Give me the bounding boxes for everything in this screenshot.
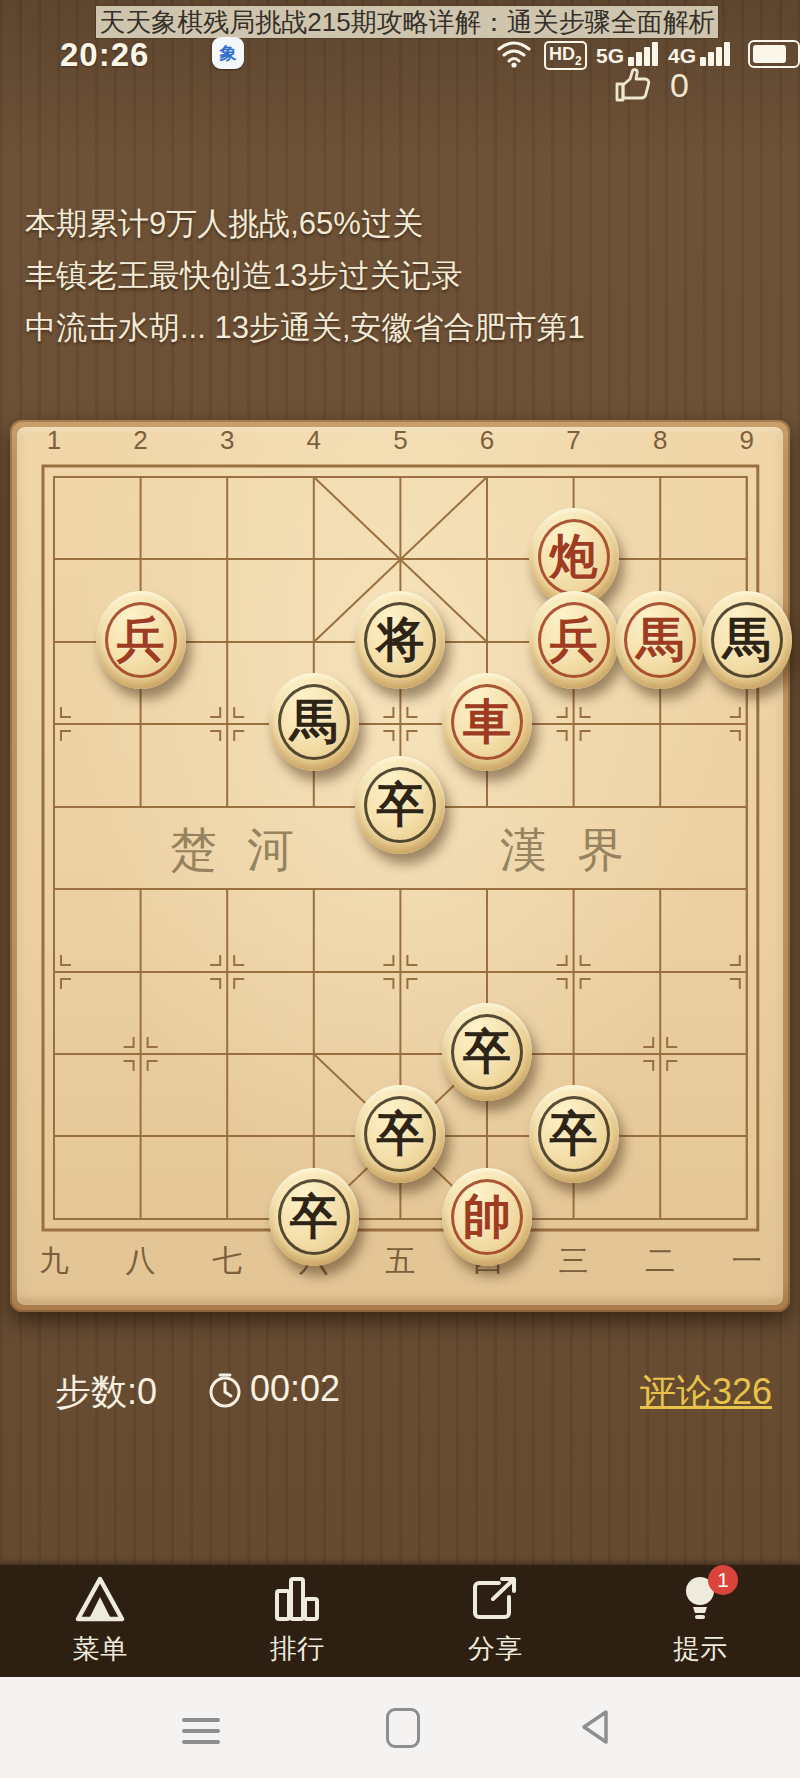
hd-icon: HD2: [544, 41, 599, 70]
toolbar-label: 菜单: [73, 1631, 127, 1667]
menu-icon: [74, 1573, 126, 1625]
timer-icon: [206, 1371, 244, 1409]
system-navbar: [0, 1677, 800, 1778]
signal-4g-icon: 4G: [668, 42, 732, 66]
river-text-left: 楚河: [140, 819, 324, 882]
toolbar-ranking-button[interactable]: 排行: [237, 1573, 357, 1673]
thumbs-up-icon: [612, 64, 654, 106]
hint-badge: 1: [708, 1565, 738, 1595]
file-label-top: 3: [220, 425, 234, 456]
toolbar-label: 分享: [468, 1631, 522, 1667]
piece-black-soldier-a[interactable]: 卒: [355, 756, 445, 854]
piece-black-horse-a[interactable]: 馬: [702, 591, 792, 689]
ranking-icon: [271, 1573, 323, 1625]
file-label-bottom: 一: [732, 1241, 762, 1282]
game-hud: 步数:0 00:02 评论326: [0, 1368, 800, 1420]
move-counter: 步数:0: [55, 1368, 157, 1417]
hint-icon: 1: [678, 1573, 722, 1625]
android-back-button[interactable]: [578, 1709, 610, 1745]
file-label-top: 2: [133, 425, 147, 456]
toolbar-menu-button[interactable]: 菜单: [40, 1573, 160, 1673]
wifi-icon: [496, 38, 532, 68]
latest-pass-line: 中流击水胡... 13步通关,安徽省合肥市第1: [25, 302, 775, 354]
file-label-top: 5: [393, 425, 407, 456]
toolbar-share-button[interactable]: 分享: [435, 1573, 555, 1673]
file-label-top: 4: [307, 425, 321, 456]
status-time: 20:26: [60, 36, 149, 74]
river-text-right: 漢界: [470, 819, 654, 882]
piece-black-soldier-b[interactable]: 卒: [442, 1003, 532, 1101]
signal-5g-icon: 5G: [596, 42, 660, 66]
toolbar-label: 提示: [673, 1631, 727, 1667]
comments-link[interactable]: 评论326: [640, 1368, 772, 1417]
file-label-bottom: 二: [645, 1241, 675, 1282]
xiangqi-board[interactable]: 123456789九八七六五四三二一楚河漢界炮兵将兵馬馬馬車卒卒卒卒卒帥: [10, 420, 790, 1312]
piece-red-chariot[interactable]: 車: [442, 673, 532, 771]
piece-black-soldier-c[interactable]: 卒: [355, 1085, 445, 1183]
battery-icon: [736, 40, 800, 68]
toolbar-hint-button[interactable]: 1 提示: [640, 1573, 760, 1673]
challenge-stats-line: 本期累计9万人挑战,65%过关: [25, 198, 775, 250]
android-home-button[interactable]: [386, 1708, 420, 1748]
file-label-top: 1: [47, 425, 61, 456]
like-button[interactable]: 0: [612, 64, 689, 106]
bottom-toolbar: 菜单 排行 分享 1 提示: [0, 1565, 800, 1677]
piece-red-general[interactable]: 帥: [442, 1168, 532, 1266]
record-holder-line: 丰镇老王最快创造13步过关记录: [25, 250, 775, 302]
piece-black-soldier-d[interactable]: 卒: [529, 1085, 619, 1183]
file-label-bottom: 五: [385, 1241, 415, 1282]
piece-red-soldier-a[interactable]: 兵: [96, 591, 186, 689]
file-label-top: 9: [740, 425, 754, 456]
file-label-bottom: 八: [126, 1241, 156, 1282]
challenge-info-panel: 本期累计9万人挑战,65%过关 丰镇老王最快创造13步过关记录 中流击水胡...…: [25, 198, 775, 354]
file-label-bottom: 九: [39, 1241, 69, 1282]
file-label-bottom: 三: [559, 1241, 589, 1282]
piece-black-horse-b[interactable]: 馬: [269, 673, 359, 771]
piece-red-soldier-b[interactable]: 兵: [529, 591, 619, 689]
file-label-bottom: 七: [212, 1241, 242, 1282]
file-label-top: 8: [653, 425, 667, 456]
file-label-top: 6: [480, 425, 494, 456]
elapsed-time: 00:02: [250, 1368, 340, 1410]
like-count: 0: [670, 66, 689, 105]
toolbar-label: 排行: [270, 1631, 324, 1667]
file-label-top: 7: [566, 425, 580, 456]
piece-black-general[interactable]: 将: [355, 591, 445, 689]
piece-red-horse[interactable]: 馬: [615, 591, 705, 689]
android-menu-button[interactable]: [182, 1711, 220, 1751]
app-icon: 象: [212, 37, 244, 69]
piece-black-soldier-e[interactable]: 卒: [269, 1168, 359, 1266]
share-icon: [469, 1573, 521, 1625]
app-screen: 天天象棋残局挑战215期攻略详解：通关步骤全面解析 20:26 象 HD2 5G…: [0, 0, 800, 1778]
